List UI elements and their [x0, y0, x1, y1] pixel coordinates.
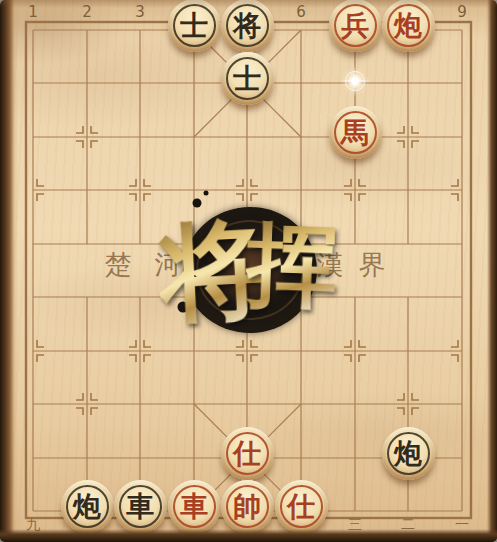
file-label-top: 3 [135, 3, 145, 21]
piece-red-advisor[interactable]: 仕 [221, 427, 274, 480]
piece-character: 士 [180, 6, 208, 45]
piece-black-chariot[interactable]: 車 [114, 480, 167, 533]
piece-character: 車 [180, 487, 208, 526]
file-label-bottom: 九 [26, 516, 40, 534]
river-character: 河 [155, 247, 182, 283]
river-character: 界 [359, 247, 386, 283]
file-label-bottom: 一 [455, 516, 469, 534]
file-label-bottom: 二 [401, 516, 415, 534]
piece-red-general[interactable]: 帥 [221, 480, 274, 533]
piece-character: 車 [126, 487, 154, 526]
piece-character: 仕 [287, 487, 315, 526]
piece-black-advisor[interactable]: 士 [221, 52, 274, 105]
file-label-top: 9 [457, 3, 467, 21]
piece-black-advisor[interactable]: 士 [168, 0, 221, 52]
piece-character: 将 [233, 6, 261, 45]
piece-character: 兵 [341, 6, 369, 45]
piece-character: 士 [233, 59, 261, 98]
piece-red-chariot[interactable]: 車 [168, 480, 221, 533]
file-label-top: 6 [296, 3, 306, 21]
piece-red-cannon[interactable]: 炮 [382, 0, 435, 52]
piece-character: 炮 [394, 6, 422, 45]
piece-red-horse[interactable]: 馬 [329, 106, 382, 159]
file-label-top: 2 [82, 3, 92, 21]
xiangqi-board: 123456789 九八七六五四三二一 楚河漢界 将 挥 士将兵炮士馬仕炮炮車車… [0, 0, 497, 542]
river-character: 漢 [317, 247, 344, 283]
piece-black-cannon[interactable]: 炮 [382, 427, 435, 480]
piece-character: 炮 [73, 487, 101, 526]
piece-character: 馬 [341, 113, 369, 152]
piece-red-soldier[interactable]: 兵 [329, 0, 382, 52]
piece-black-cannon[interactable]: 炮 [61, 480, 114, 533]
piece-character: 帥 [233, 487, 261, 526]
file-label-top: 1 [28, 3, 38, 21]
piece-black-general[interactable]: 将 [221, 0, 274, 52]
file-label-bottom: 三 [348, 516, 362, 534]
piece-character: 仕 [233, 434, 261, 473]
river-character: 楚 [105, 247, 132, 283]
piece-red-advisor[interactable]: 仕 [275, 480, 328, 533]
piece-character: 炮 [394, 434, 422, 473]
